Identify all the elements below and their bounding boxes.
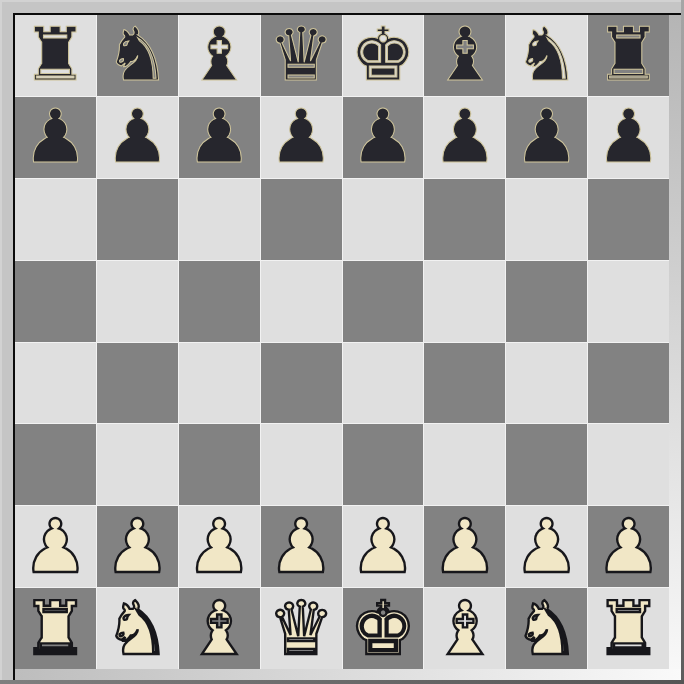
square-h3[interactable] [588,424,669,505]
white-queen[interactable]: ♛ [268,591,334,665]
square-d8[interactable]: ♛ [261,15,342,96]
white-rook[interactable]: ♜ [595,591,661,665]
white-pawn[interactable]: ♟ [514,509,580,583]
white-bishop[interactable]: ♝ [186,591,252,665]
square-h1[interactable]: ♜ [588,588,669,669]
square-e1[interactable]: ♚ [343,588,424,669]
square-c1[interactable]: ♝ [179,588,260,669]
square-f3[interactable] [424,424,505,505]
square-a1[interactable]: ♜ [15,588,96,669]
white-bishop[interactable]: ♝ [432,591,498,665]
black-knight[interactable]: ♞ [104,17,170,91]
black-pawn[interactable]: ♟ [514,99,580,173]
square-g1[interactable]: ♞ [506,588,587,669]
square-f2[interactable]: ♟ [424,506,505,587]
square-f7[interactable]: ♟ [424,97,505,178]
square-c5[interactable] [179,261,260,342]
white-king[interactable]: ♚ [350,591,416,665]
square-a5[interactable] [15,261,96,342]
white-pawn[interactable]: ♟ [104,509,170,583]
square-b7[interactable]: ♟ [97,97,178,178]
square-g3[interactable] [506,424,587,505]
square-f4[interactable] [424,343,505,424]
plate-edge-top [0,0,684,2]
square-e8[interactable]: ♚ [343,15,424,96]
plate-edge-left [0,0,2,684]
square-d1[interactable]: ♛ [261,588,342,669]
square-h6[interactable] [588,179,669,260]
square-c6[interactable] [179,179,260,260]
square-b1[interactable]: ♞ [97,588,178,669]
square-e5[interactable] [343,261,424,342]
square-d6[interactable] [261,179,342,260]
white-pawn[interactable]: ♟ [595,509,661,583]
square-a7[interactable]: ♟ [15,97,96,178]
black-pawn[interactable]: ♟ [186,99,252,173]
black-knight[interactable]: ♞ [514,17,580,91]
square-d3[interactable] [261,424,342,505]
square-b5[interactable] [97,261,178,342]
black-pawn[interactable]: ♟ [104,99,170,173]
white-pawn[interactable]: ♟ [350,509,416,583]
square-b2[interactable]: ♟ [97,506,178,587]
white-rook[interactable]: ♜ [22,591,88,665]
square-f5[interactable] [424,261,505,342]
square-f8[interactable]: ♝ [424,15,505,96]
black-bishop[interactable]: ♝ [186,17,252,91]
black-rook[interactable]: ♜ [595,17,661,91]
square-c3[interactable] [179,424,260,505]
square-d4[interactable] [261,343,342,424]
square-h8[interactable]: ♜ [588,15,669,96]
square-b6[interactable] [97,179,178,260]
chess-board: ♜♞♝♛♚♝♞♜♟♟♟♟♟♟♟♟♟♟♟♟♟♟♟♟♜♞♝♛♚♝♞♜ [15,15,669,669]
black-pawn[interactable]: ♟ [22,99,88,173]
square-f1[interactable]: ♝ [424,588,505,669]
square-d7[interactable]: ♟ [261,97,342,178]
square-e7[interactable]: ♟ [343,97,424,178]
square-d5[interactable] [261,261,342,342]
square-c7[interactable]: ♟ [179,97,260,178]
black-queen[interactable]: ♛ [268,17,334,91]
white-pawn[interactable]: ♟ [268,509,334,583]
square-e6[interactable] [343,179,424,260]
square-h4[interactable] [588,343,669,424]
chess-board-window: ♜♞♝♛♚♝♞♜♟♟♟♟♟♟♟♟♟♟♟♟♟♟♟♟♜♞♝♛♚♝♞♜ [0,0,684,684]
black-pawn[interactable]: ♟ [350,99,416,173]
square-a6[interactable] [15,179,96,260]
square-h2[interactable]: ♟ [588,506,669,587]
square-b3[interactable] [97,424,178,505]
black-rook[interactable]: ♜ [22,17,88,91]
square-h7[interactable]: ♟ [588,97,669,178]
black-pawn[interactable]: ♟ [268,99,334,173]
square-e4[interactable] [343,343,424,424]
square-g8[interactable]: ♞ [506,15,587,96]
square-c4[interactable] [179,343,260,424]
square-b4[interactable] [97,343,178,424]
square-e2[interactable]: ♟ [343,506,424,587]
black-king[interactable]: ♚ [350,17,416,91]
square-b8[interactable]: ♞ [97,15,178,96]
square-g6[interactable] [506,179,587,260]
square-g2[interactable]: ♟ [506,506,587,587]
square-a3[interactable] [15,424,96,505]
square-h5[interactable] [588,261,669,342]
square-c2[interactable]: ♟ [179,506,260,587]
plate-edge-bottom [0,680,684,684]
white-knight[interactable]: ♞ [104,591,170,665]
black-bishop[interactable]: ♝ [432,17,498,91]
square-d2[interactable]: ♟ [261,506,342,587]
white-pawn[interactable]: ♟ [22,509,88,583]
square-a4[interactable] [15,343,96,424]
square-a2[interactable]: ♟ [15,506,96,587]
white-pawn[interactable]: ♟ [432,509,498,583]
square-g4[interactable] [506,343,587,424]
white-pawn[interactable]: ♟ [186,509,252,583]
black-pawn[interactable]: ♟ [595,99,661,173]
square-g7[interactable]: ♟ [506,97,587,178]
square-g5[interactable] [506,261,587,342]
square-e3[interactable] [343,424,424,505]
white-knight[interactable]: ♞ [514,591,580,665]
black-pawn[interactable]: ♟ [432,99,498,173]
square-f6[interactable] [424,179,505,260]
square-c8[interactable]: ♝ [179,15,260,96]
square-a8[interactable]: ♜ [15,15,96,96]
